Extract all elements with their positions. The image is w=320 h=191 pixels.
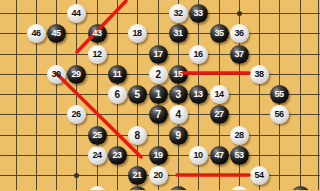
move-number: 33 [189,4,208,23]
move-number: 29 [67,65,86,84]
move-number: 32 [169,4,188,23]
black-stone-edge [128,186,147,191]
move-number: 54 [250,166,269,185]
move-number: 25 [88,126,107,145]
move-number: 53 [230,146,249,165]
move-number: 7 [149,105,168,124]
move-number: 45 [47,24,66,43]
move-number: 15 [169,65,188,84]
star-point [74,173,79,178]
grid-line-vertical [259,0,260,190]
move-number: 3 [169,85,188,104]
move-number: 26 [67,105,86,124]
move-number: 18 [128,24,147,43]
move-number: 8 [128,126,147,145]
move-number: 46 [27,24,46,43]
move-number: 13 [189,85,208,104]
move-number: 5 [128,85,147,104]
move-number: 1 [149,85,168,104]
move-number: 19 [149,146,168,165]
move-number: 44 [67,4,86,23]
white-stone-edge [88,186,107,191]
move-number: 2 [149,65,168,84]
move-number: 10 [189,146,208,165]
move-number: 35 [210,24,229,43]
move-number: 47 [210,146,229,165]
move-number: 6 [108,85,127,104]
white-stone-edge [230,186,249,191]
move-number: 38 [250,65,269,84]
move-number: 24 [88,146,107,165]
move-number: 31 [169,24,188,43]
move-number: 30 [47,65,66,84]
move-number: 55 [270,85,289,104]
grid-line-horizontal [0,13,320,14]
move-number: 16 [189,45,208,64]
move-number: 11 [108,65,127,84]
grid-line-vertical [318,0,319,190]
move-number: 43 [88,24,107,43]
move-number: 37 [230,45,249,64]
star-point [237,11,242,16]
black-stone-edge [169,186,188,191]
grid-line-horizontal [0,135,320,136]
move-number: 23 [108,146,127,165]
move-number: 20 [149,166,168,185]
go-board[interactable]: 1234567891011121314151617181920212324252… [0,0,320,190]
grid-line-vertical [76,0,77,190]
move-number: 17 [149,45,168,64]
move-number: 9 [169,126,188,145]
move-number: 27 [210,105,229,124]
move-number: 56 [270,105,289,124]
move-number: 12 [88,45,107,64]
grid-line-vertical [300,0,301,190]
black-stone-edge [291,186,310,191]
move-number: 4 [169,105,188,124]
grid-line-vertical [16,0,17,190]
move-number: 36 [230,24,249,43]
move-number: 21 [128,166,147,185]
move-number: 28 [230,126,249,145]
move-number: 14 [210,85,229,104]
